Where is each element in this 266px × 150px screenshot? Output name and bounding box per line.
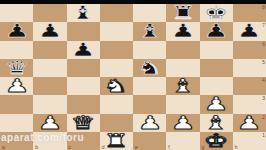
square-c7[interactable] [67, 22, 100, 40]
square-c3[interactable] [67, 95, 100, 113]
square-h5[interactable]: 5 [233, 59, 266, 77]
square-f3[interactable] [166, 95, 199, 113]
black-king-piece: ♚ [204, 4, 229, 22]
square-e7[interactable]: ♝ [133, 22, 166, 40]
file-label-e: e [135, 144, 138, 150]
square-f4[interactable]: ♝ [166, 77, 199, 95]
file-label-h: h [235, 144, 238, 150]
rank-label-3: 3 [262, 95, 265, 101]
square-c4[interactable] [67, 77, 100, 95]
black-rook-piece: ♜ [170, 4, 195, 22]
square-d7[interactable] [100, 22, 133, 40]
black-knight-piece: ♞ [137, 59, 162, 77]
square-g7[interactable]: ♟ [200, 22, 233, 40]
square-e8[interactable] [133, 4, 166, 22]
square-a3[interactable] [0, 95, 33, 113]
square-c2[interactable]: ♛ [67, 114, 100, 132]
white-pawn-piece: ♟ [37, 113, 62, 131]
square-e2[interactable]: ♟ [133, 114, 166, 132]
black-pawn-piece: ♟ [4, 22, 29, 40]
square-d6[interactable] [100, 41, 133, 59]
square-a7[interactable]: ♟ [0, 22, 33, 40]
square-f2[interactable]: ♟ [166, 114, 199, 132]
square-f7[interactable]: ♟ [166, 22, 199, 40]
black-pawn-piece: ♟ [71, 40, 96, 58]
white-king-piece: ♚ [204, 132, 229, 150]
square-h7[interactable]: ♟7 [233, 22, 266, 40]
square-h2[interactable]: ♟2 [233, 114, 266, 132]
square-b5[interactable] [33, 59, 66, 77]
white-pawn-piece: ♟ [4, 77, 29, 95]
square-d1[interactable]: ♜d [100, 132, 133, 150]
file-label-a: a [2, 144, 5, 150]
square-e5[interactable]: ♞ [133, 59, 166, 77]
file-label-g: g [202, 144, 205, 150]
square-e1[interactable]: e [133, 132, 166, 150]
square-a5[interactable]: ♛ [0, 59, 33, 77]
square-b4[interactable] [33, 77, 66, 95]
black-queen-piece: ♛ [4, 59, 29, 77]
square-g5[interactable] [200, 59, 233, 77]
chess-board: ♝♜♚8♟♟♝♟♟♟7♟6♛♞5♟♞♝4♟3♟♛♟♟♝♟2abc♜def♚g1h [0, 4, 266, 150]
rank-label-1: 1 [262, 132, 265, 138]
file-label-d: d [102, 144, 105, 150]
square-a6[interactable] [0, 41, 33, 59]
square-h4[interactable]: 4 [233, 77, 266, 95]
black-bishop-piece: ♝ [137, 22, 162, 40]
black-bishop-piece: ♝ [71, 4, 96, 22]
square-g3[interactable]: ♟ [200, 95, 233, 113]
square-b6[interactable] [33, 41, 66, 59]
square-h6[interactable]: 6 [233, 41, 266, 59]
file-label-b: b [35, 144, 38, 150]
square-f8[interactable]: ♜ [166, 4, 199, 22]
white-pawn-piece: ♟ [170, 113, 195, 131]
rank-label-2: 2 [262, 114, 265, 120]
square-b2[interactable]: ♟ [33, 114, 66, 132]
rank-label-6: 6 [262, 41, 265, 47]
square-f1[interactable]: f [166, 132, 199, 150]
square-a4[interactable]: ♟ [0, 77, 33, 95]
rank-label-4: 4 [262, 77, 265, 83]
square-b3[interactable] [33, 95, 66, 113]
square-a2[interactable] [0, 114, 33, 132]
square-h8[interactable]: 8 [233, 4, 266, 22]
square-g4[interactable] [200, 77, 233, 95]
white-pawn-piece: ♟ [237, 113, 262, 131]
square-a8[interactable] [0, 4, 33, 22]
watermark-text: aparat.com/foru [1, 132, 84, 143]
white-bishop-piece: ♝ [204, 113, 229, 131]
rank-label-7: 7 [262, 22, 265, 28]
black-pawn-piece: ♟ [237, 22, 262, 40]
square-g2[interactable]: ♝ [200, 114, 233, 132]
square-b7[interactable]: ♟ [33, 22, 66, 40]
white-rook-piece: ♜ [104, 132, 129, 150]
square-e3[interactable] [133, 95, 166, 113]
black-pawn-piece: ♟ [170, 22, 195, 40]
black-pawn-piece: ♟ [204, 22, 229, 40]
square-c6[interactable]: ♟ [67, 41, 100, 59]
white-pawn-piece: ♟ [137, 113, 162, 131]
square-b8[interactable] [33, 4, 66, 22]
rank-label-8: 8 [262, 4, 265, 10]
square-c8[interactable]: ♝ [67, 4, 100, 22]
file-label-f: f [168, 144, 169, 150]
square-d8[interactable] [100, 4, 133, 22]
square-c5[interactable] [67, 59, 100, 77]
video-frame: ♝♜♚8♟♟♝♟♟♟7♟6♛♞5♟♞♝4♟3♟♛♟♟♝♟2abc♜def♚g1h… [0, 0, 266, 150]
white-queen-piece: ♛ [71, 113, 96, 131]
black-pawn-piece: ♟ [37, 22, 62, 40]
white-pawn-piece: ♟ [204, 95, 229, 113]
square-g8[interactable]: ♚ [200, 4, 233, 22]
square-d3[interactable] [100, 95, 133, 113]
white-knight-piece: ♞ [104, 77, 129, 95]
square-e6[interactable] [133, 41, 166, 59]
file-label-c: c [69, 144, 72, 150]
square-e4[interactable] [133, 77, 166, 95]
rank-label-5: 5 [262, 59, 265, 65]
white-bishop-piece: ♝ [170, 77, 195, 95]
square-h3[interactable]: 3 [233, 95, 266, 113]
square-d4[interactable]: ♞ [100, 77, 133, 95]
square-f5[interactable] [166, 59, 199, 77]
square-g6[interactable] [200, 41, 233, 59]
square-d2[interactable] [100, 114, 133, 132]
square-h1[interactable]: 1h [233, 132, 266, 150]
square-f6[interactable] [166, 41, 199, 59]
square-d5[interactable] [100, 59, 133, 77]
square-g1[interactable]: ♚g [200, 132, 233, 150]
